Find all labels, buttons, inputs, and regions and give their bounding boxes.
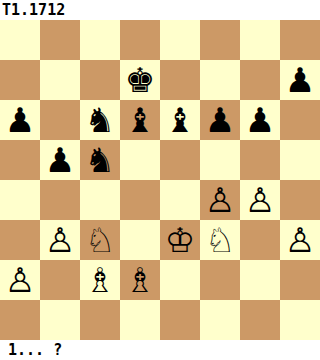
square-c4[interactable] [80, 180, 120, 220]
square-h7-black-piece[interactable]: ♟ [280, 60, 320, 100]
square-a5[interactable] [0, 140, 40, 180]
status-bar: 1... ? [0, 340, 320, 360]
square-f7[interactable] [200, 60, 240, 100]
square-a8[interactable] [0, 20, 40, 60]
square-h6[interactable] [280, 100, 320, 140]
square-d4[interactable] [120, 180, 160, 220]
square-b1[interactable] [40, 300, 80, 340]
square-f6-black-piece[interactable]: ♟ [200, 100, 240, 140]
square-d2-white-piece[interactable]: ♗ [120, 260, 160, 300]
square-e7[interactable] [160, 60, 200, 100]
square-g6-black-piece[interactable]: ♟ [240, 100, 280, 140]
square-g1[interactable] [240, 300, 280, 340]
square-g5[interactable] [240, 140, 280, 180]
square-f5[interactable] [200, 140, 240, 180]
square-b2[interactable] [40, 260, 80, 300]
square-f8[interactable] [200, 20, 240, 60]
square-f1[interactable] [200, 300, 240, 340]
square-e3-white-piece[interactable]: ♔ [160, 220, 200, 260]
square-a1[interactable] [0, 300, 40, 340]
square-b3-white-piece[interactable]: ♙ [40, 220, 80, 260]
move-prompt: 1... ? [0, 340, 62, 360]
square-a6-black-piece[interactable]: ♟ [0, 100, 40, 140]
square-c2-white-piece[interactable]: ♗ [80, 260, 120, 300]
square-h2[interactable] [280, 260, 320, 300]
square-g8[interactable] [240, 20, 280, 60]
square-c8[interactable] [80, 20, 120, 60]
square-b4[interactable] [40, 180, 80, 220]
square-h3-white-piece[interactable]: ♙ [280, 220, 320, 260]
square-b8[interactable] [40, 20, 80, 60]
square-h5[interactable] [280, 140, 320, 180]
square-h8[interactable] [280, 20, 320, 60]
square-e4[interactable] [160, 180, 200, 220]
square-a3[interactable] [0, 220, 40, 260]
square-d7-black-piece[interactable]: ♚ [120, 60, 160, 100]
title-bar: T1.1712 [0, 0, 320, 20]
square-h1[interactable] [280, 300, 320, 340]
square-g7[interactable] [240, 60, 280, 100]
square-e1[interactable] [160, 300, 200, 340]
square-g4-white-piece[interactable]: ♙ [240, 180, 280, 220]
square-c7[interactable] [80, 60, 120, 100]
square-e8[interactable] [160, 20, 200, 60]
square-c6-black-piece[interactable]: ♞ [80, 100, 120, 140]
square-a4[interactable] [0, 180, 40, 220]
square-c3-white-piece[interactable]: ♘ [80, 220, 120, 260]
square-g2[interactable] [240, 260, 280, 300]
square-a2-white-piece[interactable]: ♙ [0, 260, 40, 300]
square-b5-black-piece[interactable]: ♟ [40, 140, 80, 180]
square-f4-white-piece[interactable]: ♙ [200, 180, 240, 220]
square-d8[interactable] [120, 20, 160, 60]
square-c5-black-piece[interactable]: ♞ [80, 140, 120, 180]
square-g3[interactable] [240, 220, 280, 260]
square-d3[interactable] [120, 220, 160, 260]
square-d6-black-piece[interactable]: ♝ [120, 100, 160, 140]
square-d5[interactable] [120, 140, 160, 180]
square-e2[interactable] [160, 260, 200, 300]
square-a7[interactable] [0, 60, 40, 100]
square-f3-white-piece[interactable]: ♘ [200, 220, 240, 260]
square-b7[interactable] [40, 60, 80, 100]
square-f2[interactable] [200, 260, 240, 300]
square-e6-black-piece[interactable]: ♝ [160, 100, 200, 140]
square-e5[interactable] [160, 140, 200, 180]
chess-board: ♚♟♟♞♝♝♟♟♟♞♙♙♙♘♔♘♙♙♗♗ [0, 20, 320, 340]
square-b6[interactable] [40, 100, 80, 140]
square-c1[interactable] [80, 300, 120, 340]
square-d1[interactable] [120, 300, 160, 340]
square-h4[interactable] [280, 180, 320, 220]
chess-puzzle-window: T1.1712 ♚♟♟♞♝♝♟♟♟♞♙♙♙♘♔♘♙♙♗♗ 1... ? [0, 0, 320, 360]
puzzle-id: T1.1712 [0, 0, 65, 20]
